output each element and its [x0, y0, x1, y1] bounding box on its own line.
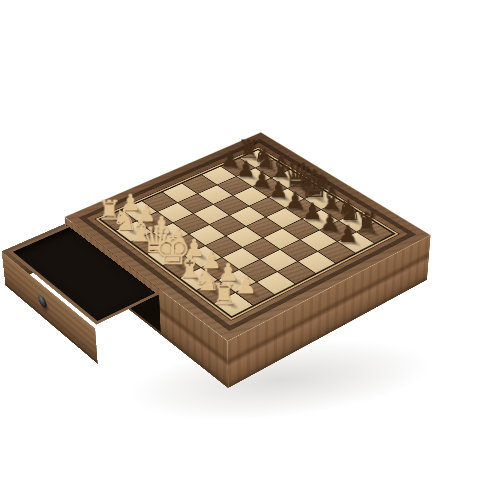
square-f4 — [243, 238, 279, 259]
piece-black-rook: ♜ — [355, 209, 379, 236]
chess-set-product-photo: ♜♞♝♛♚♝♞♜♟♟♟♟♟♟♟♟♟♟♟♟♟♟♟♟♜♞♝♛♚♝♞♜ — [0, 0, 500, 500]
piece-white-rook: ♜ — [212, 279, 238, 308]
drawer-knob-icon — [38, 292, 48, 310]
piece-white-pawn: ♟ — [235, 273, 257, 298]
piece-black-pawn: ♟ — [338, 223, 359, 246]
